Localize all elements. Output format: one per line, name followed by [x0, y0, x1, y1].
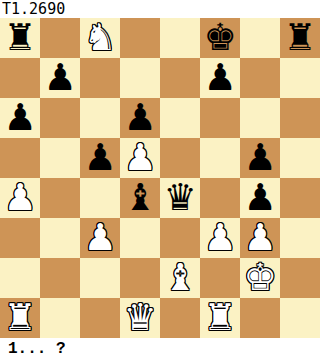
white-pawn-d5[interactable]: ♟ [123, 138, 156, 178]
square-g4[interactable]: ♟ [240, 178, 280, 218]
square-b5[interactable] [40, 138, 80, 178]
square-h8[interactable]: ♜ [280, 18, 320, 58]
square-c7[interactable] [80, 58, 120, 98]
square-f8[interactable]: ♚ [200, 18, 240, 58]
square-b1[interactable] [40, 298, 80, 338]
square-d6[interactable]: ♟ [120, 98, 160, 138]
square-h2[interactable] [280, 258, 320, 298]
square-d7[interactable] [120, 58, 160, 98]
white-rook-f1[interactable]: ♜ [203, 298, 236, 338]
white-pawn-a4[interactable]: ♟ [3, 178, 36, 218]
square-e4[interactable]: ♛ [160, 178, 200, 218]
black-queen-e4[interactable]: ♛ [163, 178, 196, 218]
black-pawn-d6[interactable]: ♟ [123, 98, 156, 138]
square-c3[interactable]: ♟ [80, 218, 120, 258]
black-pawn-f7[interactable]: ♟ [203, 58, 236, 98]
square-f2[interactable] [200, 258, 240, 298]
square-e8[interactable] [160, 18, 200, 58]
square-g8[interactable] [240, 18, 280, 58]
black-pawn-c5[interactable]: ♟ [83, 138, 116, 178]
square-c5[interactable]: ♟ [80, 138, 120, 178]
square-f3[interactable]: ♟ [200, 218, 240, 258]
black-pawn-g5[interactable]: ♟ [243, 138, 276, 178]
white-rook-a1[interactable]: ♜ [3, 298, 36, 338]
square-c8[interactable]: ♞ [80, 18, 120, 58]
square-c1[interactable] [80, 298, 120, 338]
square-a1[interactable]: ♜ [0, 298, 40, 338]
square-c2[interactable] [80, 258, 120, 298]
square-h7[interactable] [280, 58, 320, 98]
square-b8[interactable] [40, 18, 80, 58]
square-g2[interactable]: ♚ [240, 258, 280, 298]
square-h6[interactable] [280, 98, 320, 138]
black-pawn-g4[interactable]: ♟ [243, 178, 276, 218]
square-a2[interactable] [0, 258, 40, 298]
square-f4[interactable] [200, 178, 240, 218]
square-h4[interactable] [280, 178, 320, 218]
square-d3[interactable] [120, 218, 160, 258]
square-f5[interactable] [200, 138, 240, 178]
square-d8[interactable] [120, 18, 160, 58]
black-pawn-b7[interactable]: ♟ [43, 58, 76, 98]
square-f7[interactable]: ♟ [200, 58, 240, 98]
square-c6[interactable] [80, 98, 120, 138]
white-pawn-g3[interactable]: ♟ [243, 218, 276, 258]
white-pawn-f3[interactable]: ♟ [203, 218, 236, 258]
black-king-f8[interactable]: ♚ [203, 18, 236, 58]
square-a6[interactable]: ♟ [0, 98, 40, 138]
square-a8[interactable]: ♜ [0, 18, 40, 58]
square-e1[interactable] [160, 298, 200, 338]
square-a4[interactable]: ♟ [0, 178, 40, 218]
square-a3[interactable] [0, 218, 40, 258]
black-rook-a8[interactable]: ♜ [3, 18, 36, 58]
square-b3[interactable] [40, 218, 80, 258]
move-prompt: 1... ? [0, 338, 320, 360]
black-pawn-a6[interactable]: ♟ [3, 98, 36, 138]
white-queen-d1[interactable]: ♛ [123, 298, 156, 338]
square-e7[interactable] [160, 58, 200, 98]
square-a5[interactable] [0, 138, 40, 178]
square-g1[interactable] [240, 298, 280, 338]
white-knight-c8[interactable]: ♞ [83, 18, 116, 58]
chess-board: ♜♞♚♜♟♟♟♟♟♟♟♟♝♛♟♟♟♟♝♚♜♛♜ [0, 18, 320, 338]
square-g6[interactable] [240, 98, 280, 138]
square-d4[interactable]: ♝ [120, 178, 160, 218]
square-b4[interactable] [40, 178, 80, 218]
puzzle-title: T1.2690 [0, 0, 320, 18]
square-b6[interactable] [40, 98, 80, 138]
black-bishop-d4[interactable]: ♝ [123, 178, 156, 218]
square-d5[interactable]: ♟ [120, 138, 160, 178]
white-pawn-c3[interactable]: ♟ [83, 218, 116, 258]
black-rook-h8[interactable]: ♜ [283, 18, 316, 58]
square-c4[interactable] [80, 178, 120, 218]
square-h3[interactable] [280, 218, 320, 258]
square-g3[interactable]: ♟ [240, 218, 280, 258]
square-d2[interactable] [120, 258, 160, 298]
square-b2[interactable] [40, 258, 80, 298]
square-e5[interactable] [160, 138, 200, 178]
square-d1[interactable]: ♛ [120, 298, 160, 338]
square-h1[interactable] [280, 298, 320, 338]
square-e2[interactable]: ♝ [160, 258, 200, 298]
square-f1[interactable]: ♜ [200, 298, 240, 338]
square-g7[interactable] [240, 58, 280, 98]
square-e3[interactable] [160, 218, 200, 258]
square-b7[interactable]: ♟ [40, 58, 80, 98]
white-bishop-e2[interactable]: ♝ [163, 258, 196, 298]
square-a7[interactable] [0, 58, 40, 98]
white-king-g2[interactable]: ♚ [243, 258, 276, 298]
square-f6[interactable] [200, 98, 240, 138]
square-e6[interactable] [160, 98, 200, 138]
square-g5[interactable]: ♟ [240, 138, 280, 178]
square-h5[interactable] [280, 138, 320, 178]
